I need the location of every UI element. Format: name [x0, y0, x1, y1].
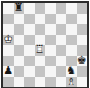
square-f8[interactable]: [56, 3, 67, 14]
square-e5[interactable]: [45, 35, 56, 46]
square-d4[interactable]: ♜♖: [35, 45, 46, 56]
square-a5[interactable]: ♚♔: [3, 35, 14, 46]
piece-white-bishop[interactable]: ♝♗: [66, 77, 77, 88]
square-b1[interactable]: [14, 77, 25, 88]
square-g5[interactable]: [66, 35, 77, 46]
square-d6[interactable]: [35, 24, 46, 35]
piece-black-king[interactable]: ♚: [77, 56, 88, 67]
square-c4[interactable]: [24, 45, 35, 56]
piece-black-rook[interactable]: ♜: [14, 3, 25, 14]
square-g1[interactable]: ♝♗: [66, 77, 77, 88]
square-b5[interactable]: [14, 35, 25, 46]
square-h2[interactable]: [77, 66, 88, 77]
square-c6[interactable]: [24, 24, 35, 35]
chess-board: ♜♚♔♜♖♚♟♞♝♗: [3, 3, 87, 87]
square-d1[interactable]: [35, 77, 46, 88]
square-c3[interactable]: [24, 56, 35, 67]
square-a8[interactable]: [3, 3, 14, 14]
square-b6[interactable]: [14, 24, 25, 35]
square-c2[interactable]: [24, 66, 35, 77]
piece-fill-layer: ♝: [66, 76, 76, 87]
piece-glyph: ♚: [77, 55, 87, 66]
square-a6[interactable]: [3, 24, 14, 35]
piece-glyph: ♔: [3, 34, 13, 45]
piece-glyph: ♗: [66, 76, 76, 87]
square-c5[interactable]: [24, 35, 35, 46]
piece-black-pawn[interactable]: ♟: [3, 66, 14, 77]
piece-black-knight[interactable]: ♞: [66, 66, 77, 77]
square-h5[interactable]: [77, 35, 88, 46]
square-f5[interactable]: [56, 35, 67, 46]
square-a4[interactable]: [3, 45, 14, 56]
square-a7[interactable]: [3, 14, 14, 25]
piece-fill-layer: ♜: [35, 45, 45, 56]
square-h3[interactable]: ♚: [77, 56, 88, 67]
square-c7[interactable]: [24, 14, 35, 25]
square-h4[interactable]: [77, 45, 88, 56]
square-e8[interactable]: [45, 3, 56, 14]
square-e2[interactable]: [45, 66, 56, 77]
square-d2[interactable]: [35, 66, 46, 77]
square-g2[interactable]: ♞: [66, 66, 77, 77]
square-b4[interactable]: [14, 45, 25, 56]
piece-glyph: ♟: [3, 66, 13, 77]
square-d8[interactable]: [35, 3, 46, 14]
piece-white-king[interactable]: ♚♔: [3, 35, 14, 46]
square-f7[interactable]: [56, 14, 67, 25]
square-c1[interactable]: [24, 77, 35, 88]
square-h8[interactable]: [77, 3, 88, 14]
piece-glyph: ♖: [35, 45, 45, 56]
piece-glyph: ♞: [66, 66, 76, 77]
square-g3[interactable]: [66, 56, 77, 67]
square-f1[interactable]: [56, 77, 67, 88]
square-e3[interactable]: [45, 56, 56, 67]
square-d7[interactable]: [35, 14, 46, 25]
square-f4[interactable]: [56, 45, 67, 56]
square-b8[interactable]: ♜: [14, 3, 25, 14]
square-a3[interactable]: [3, 56, 14, 67]
square-g6[interactable]: [66, 24, 77, 35]
square-e1[interactable]: [45, 77, 56, 88]
square-e6[interactable]: [45, 24, 56, 35]
square-c8[interactable]: [24, 3, 35, 14]
square-e7[interactable]: [45, 14, 56, 25]
square-a1[interactable]: [3, 77, 14, 88]
square-g7[interactable]: [66, 14, 77, 25]
piece-glyph: ♜: [14, 3, 24, 14]
square-d3[interactable]: [35, 56, 46, 67]
square-a2[interactable]: ♟: [3, 66, 14, 77]
square-f2[interactable]: [56, 66, 67, 77]
piece-white-rook[interactable]: ♜♖: [35, 45, 46, 56]
square-d5[interactable]: [35, 35, 46, 46]
square-g4[interactable]: [66, 45, 77, 56]
chess-board-frame: ♜♚♔♜♖♚♟♞♝♗: [1, 1, 89, 88]
square-b7[interactable]: [14, 14, 25, 25]
square-h1[interactable]: [77, 77, 88, 88]
square-f6[interactable]: [56, 24, 67, 35]
square-b2[interactable]: [14, 66, 25, 77]
square-h6[interactable]: [77, 24, 88, 35]
square-b3[interactable]: [14, 56, 25, 67]
square-f3[interactable]: [56, 56, 67, 67]
square-h7[interactable]: [77, 14, 88, 25]
piece-fill-layer: ♚: [3, 34, 13, 45]
square-e4[interactable]: [45, 45, 56, 56]
square-g8[interactable]: [66, 3, 77, 14]
